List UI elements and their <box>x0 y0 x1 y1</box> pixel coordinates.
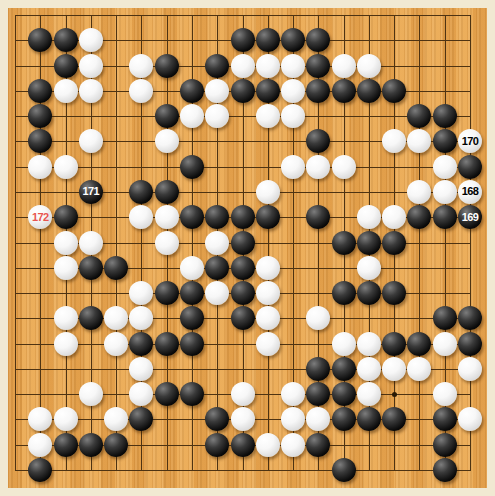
white-stone <box>357 357 381 381</box>
numbered-stone-170: 170 <box>458 129 482 153</box>
black-stone <box>357 281 381 305</box>
white-stone <box>205 231 229 255</box>
black-stone <box>433 205 457 229</box>
white-stone <box>231 54 255 78</box>
white-stone <box>205 104 229 128</box>
numbered-stone-171: 171 <box>79 180 103 204</box>
black-stone <box>433 458 457 482</box>
white-stone <box>180 104 204 128</box>
black-stone <box>231 256 255 280</box>
black-stone <box>180 332 204 356</box>
black-stone <box>205 256 229 280</box>
move-number-label: 168 <box>462 186 479 197</box>
black-stone <box>231 231 255 255</box>
black-stone <box>256 28 280 52</box>
white-stone <box>458 407 482 431</box>
white-stone <box>231 382 255 406</box>
black-stone <box>28 129 52 153</box>
white-stone <box>332 54 356 78</box>
white-stone <box>129 382 153 406</box>
white-stone <box>129 79 153 103</box>
board-frame: 170171168172169 <box>0 0 495 496</box>
black-stone <box>79 256 103 280</box>
white-stone <box>407 357 431 381</box>
black-stone <box>256 79 280 103</box>
black-stone <box>180 382 204 406</box>
white-stone <box>281 54 305 78</box>
black-stone <box>458 332 482 356</box>
black-stone <box>306 382 330 406</box>
black-stone <box>332 407 356 431</box>
black-stone <box>332 231 356 255</box>
white-stone <box>433 332 457 356</box>
black-stone <box>155 104 179 128</box>
move-number-label: 171 <box>83 186 100 197</box>
white-stone <box>54 155 78 179</box>
black-stone <box>155 332 179 356</box>
black-stone <box>433 306 457 330</box>
white-stone <box>433 382 457 406</box>
hoshi-dot <box>392 392 397 397</box>
move-number-label: 170 <box>462 136 479 147</box>
white-stone <box>306 306 330 330</box>
white-stone <box>332 332 356 356</box>
white-stone <box>281 407 305 431</box>
black-stone <box>231 281 255 305</box>
black-stone <box>180 205 204 229</box>
white-stone <box>129 205 153 229</box>
black-stone <box>180 79 204 103</box>
black-stone <box>281 28 305 52</box>
numbered-stone-172: 172 <box>28 205 52 229</box>
black-stone <box>231 79 255 103</box>
white-stone <box>281 382 305 406</box>
white-stone <box>28 433 52 457</box>
black-stone <box>180 306 204 330</box>
white-stone <box>180 256 204 280</box>
black-stone <box>332 357 356 381</box>
black-stone <box>155 382 179 406</box>
black-stone <box>357 79 381 103</box>
white-stone <box>256 306 280 330</box>
white-stone <box>357 382 381 406</box>
move-number-label: 169 <box>462 212 479 223</box>
black-stone <box>180 281 204 305</box>
black-stone <box>382 231 406 255</box>
white-stone <box>28 155 52 179</box>
black-stone <box>205 205 229 229</box>
black-stone <box>205 54 229 78</box>
white-stone <box>256 256 280 280</box>
white-stone <box>79 54 103 78</box>
numbered-stone-169: 169 <box>458 205 482 229</box>
black-stone <box>180 155 204 179</box>
black-stone <box>104 256 128 280</box>
white-stone <box>433 180 457 204</box>
white-stone <box>104 407 128 431</box>
black-stone <box>28 28 52 52</box>
black-stone <box>433 407 457 431</box>
white-stone <box>155 231 179 255</box>
white-stone <box>231 407 255 431</box>
white-stone <box>306 407 330 431</box>
black-stone <box>155 180 179 204</box>
black-stone <box>458 155 482 179</box>
black-stone <box>79 306 103 330</box>
white-stone <box>256 180 280 204</box>
black-stone <box>357 407 381 431</box>
black-stone <box>28 79 52 103</box>
white-stone <box>104 332 128 356</box>
black-stone <box>54 205 78 229</box>
white-stone <box>357 205 381 229</box>
black-stone <box>407 205 431 229</box>
white-stone <box>281 155 305 179</box>
white-stone <box>407 129 431 153</box>
black-stone <box>382 407 406 431</box>
black-stone <box>54 433 78 457</box>
numbered-stone-168: 168 <box>458 180 482 204</box>
white-stone <box>382 205 406 229</box>
black-stone <box>205 407 229 431</box>
black-stone <box>54 28 78 52</box>
go-app-window: 170171168172169 <box>0 0 495 496</box>
white-stone <box>256 332 280 356</box>
black-stone <box>382 281 406 305</box>
white-stone <box>54 407 78 431</box>
white-stone <box>155 129 179 153</box>
board-line-v <box>470 15 471 471</box>
white-stone <box>79 129 103 153</box>
black-stone <box>382 332 406 356</box>
white-stone <box>407 180 431 204</box>
white-stone <box>129 54 153 78</box>
black-stone <box>231 28 255 52</box>
black-stone <box>79 433 103 457</box>
black-stone <box>332 281 356 305</box>
board-line-v <box>419 15 420 471</box>
black-stone <box>407 332 431 356</box>
white-stone <box>205 281 229 305</box>
white-stone <box>54 79 78 103</box>
white-stone <box>256 54 280 78</box>
white-stone <box>281 433 305 457</box>
black-stone <box>433 104 457 128</box>
white-stone <box>281 79 305 103</box>
white-stone <box>104 306 128 330</box>
black-stone <box>306 54 330 78</box>
black-stone <box>306 129 330 153</box>
black-stone <box>256 205 280 229</box>
white-stone <box>79 28 103 52</box>
goban[interactable]: 170171168172169 <box>8 8 487 488</box>
black-stone <box>129 407 153 431</box>
black-stone <box>104 433 128 457</box>
black-stone <box>306 205 330 229</box>
white-stone <box>382 129 406 153</box>
white-stone <box>54 231 78 255</box>
white-stone <box>458 357 482 381</box>
black-stone <box>231 433 255 457</box>
black-stone <box>54 54 78 78</box>
white-stone <box>79 79 103 103</box>
white-stone <box>256 281 280 305</box>
white-stone <box>382 357 406 381</box>
white-stone <box>129 357 153 381</box>
black-stone <box>306 433 330 457</box>
black-stone <box>155 54 179 78</box>
white-stone <box>256 433 280 457</box>
white-stone <box>433 155 457 179</box>
black-stone <box>306 357 330 381</box>
black-stone <box>433 433 457 457</box>
black-stone <box>28 458 52 482</box>
white-stone <box>79 382 103 406</box>
black-stone <box>231 205 255 229</box>
black-stone <box>129 180 153 204</box>
white-stone <box>54 256 78 280</box>
white-stone <box>129 306 153 330</box>
white-stone <box>357 332 381 356</box>
black-stone <box>28 104 52 128</box>
white-stone <box>281 104 305 128</box>
white-stone <box>28 407 52 431</box>
white-stone <box>79 231 103 255</box>
white-stone <box>306 155 330 179</box>
black-stone <box>306 79 330 103</box>
white-stone <box>357 54 381 78</box>
white-stone <box>205 79 229 103</box>
black-stone <box>155 281 179 305</box>
white-stone <box>357 256 381 280</box>
white-stone <box>129 281 153 305</box>
black-stone <box>458 306 482 330</box>
white-stone <box>256 104 280 128</box>
black-stone <box>382 79 406 103</box>
move-number-label: 172 <box>32 212 49 223</box>
board-line-h <box>15 470 471 471</box>
white-stone <box>54 332 78 356</box>
white-stone <box>54 306 78 330</box>
white-stone <box>155 205 179 229</box>
black-stone <box>205 433 229 457</box>
black-stone <box>357 231 381 255</box>
black-stone <box>407 104 431 128</box>
black-stone <box>332 382 356 406</box>
black-stone <box>332 79 356 103</box>
black-stone <box>306 28 330 52</box>
white-stone <box>332 155 356 179</box>
black-stone <box>231 306 255 330</box>
black-stone <box>433 129 457 153</box>
black-stone <box>332 458 356 482</box>
black-stone <box>129 332 153 356</box>
